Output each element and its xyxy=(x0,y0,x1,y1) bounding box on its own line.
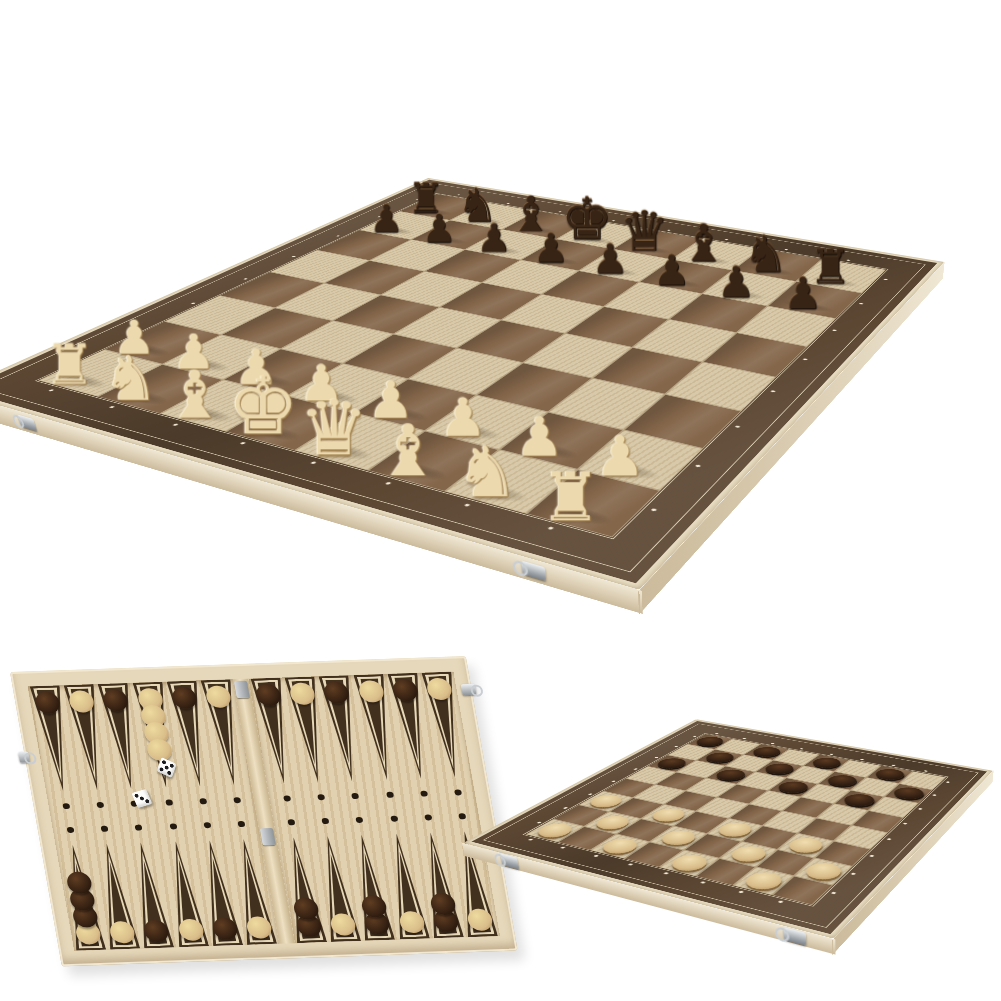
hinge-icon xyxy=(234,681,250,698)
chess-scene: ♜♞♝♚♛♝♞♜♟♟♟♟♟♟♟♟♟♟♟♟♟♟♟♟♜♞♝♚♛♝♞♜ xyxy=(18,0,983,640)
latch-icon xyxy=(521,561,546,582)
pip-hole xyxy=(390,816,398,822)
chess-board: ♜♞♝♚♛♝♞♜♟♟♟♟♟♟♟♟♟♟♟♟♟♟♟♟♜♞♝♚♛♝♞♜ xyxy=(0,178,944,590)
pip-hole xyxy=(420,791,428,797)
product-photo: ♜♞♝♚♛♝♞♜♟♟♟♟♟♟♟♟♟♟♟♟♟♟♟♟♜♞♝♚♛♝♞♜ xyxy=(0,0,1001,1001)
latch-icon xyxy=(500,853,519,869)
latch-icon xyxy=(461,684,477,695)
pip-hole xyxy=(233,797,241,803)
pip-hole xyxy=(134,825,142,831)
pip-hole xyxy=(67,827,75,833)
pip-hole xyxy=(386,792,394,798)
chess-square-light xyxy=(287,364,408,413)
chess-square-dark xyxy=(342,334,456,379)
pip-hole xyxy=(321,818,329,824)
chess-square-dark xyxy=(223,349,343,396)
pip-hole xyxy=(169,823,177,829)
chess-photo: ♜♞♝♚♛♝♞♜♟♟♟♟♟♟♟♟♟♟♟♟♟♟♟♟♜♞♝♚♛♝♞♜ xyxy=(18,0,983,640)
pip-hole xyxy=(355,817,363,823)
backgammon-board xyxy=(10,656,518,966)
pip-hole xyxy=(317,794,325,800)
latch-icon xyxy=(17,414,37,431)
pip-hole xyxy=(351,793,359,799)
backgammon-photo xyxy=(8,628,508,1000)
pip-hole xyxy=(454,789,462,795)
pip-hole xyxy=(96,802,104,808)
hinge-icon xyxy=(260,828,276,845)
chess-square-dark xyxy=(476,363,592,412)
checker-light-piece xyxy=(713,821,757,839)
pip-hole xyxy=(100,826,108,832)
pip-hole xyxy=(237,821,245,827)
chess-square-light xyxy=(407,348,522,395)
pip-hole xyxy=(424,814,432,820)
backgammon-checker-light xyxy=(146,738,174,761)
chess-square-dark xyxy=(592,347,702,394)
die-icon xyxy=(156,757,176,778)
pip-hole xyxy=(283,795,291,801)
checker-light-piece xyxy=(656,828,701,847)
chess-square-dark xyxy=(456,320,565,363)
pip-hole xyxy=(287,819,295,825)
pip-hole xyxy=(458,813,466,819)
checkers-photo xyxy=(498,608,1000,1000)
pip-hole xyxy=(165,799,173,805)
checkers-board xyxy=(463,719,993,939)
latch-icon xyxy=(18,751,30,762)
pip-hole xyxy=(62,803,70,809)
chess-square-light xyxy=(280,321,393,364)
pip-hole xyxy=(203,822,211,828)
checkers-scene xyxy=(498,608,1000,1000)
pip-hole xyxy=(199,798,207,804)
checker-light-piece xyxy=(666,853,714,874)
chess-square-light xyxy=(522,333,631,378)
